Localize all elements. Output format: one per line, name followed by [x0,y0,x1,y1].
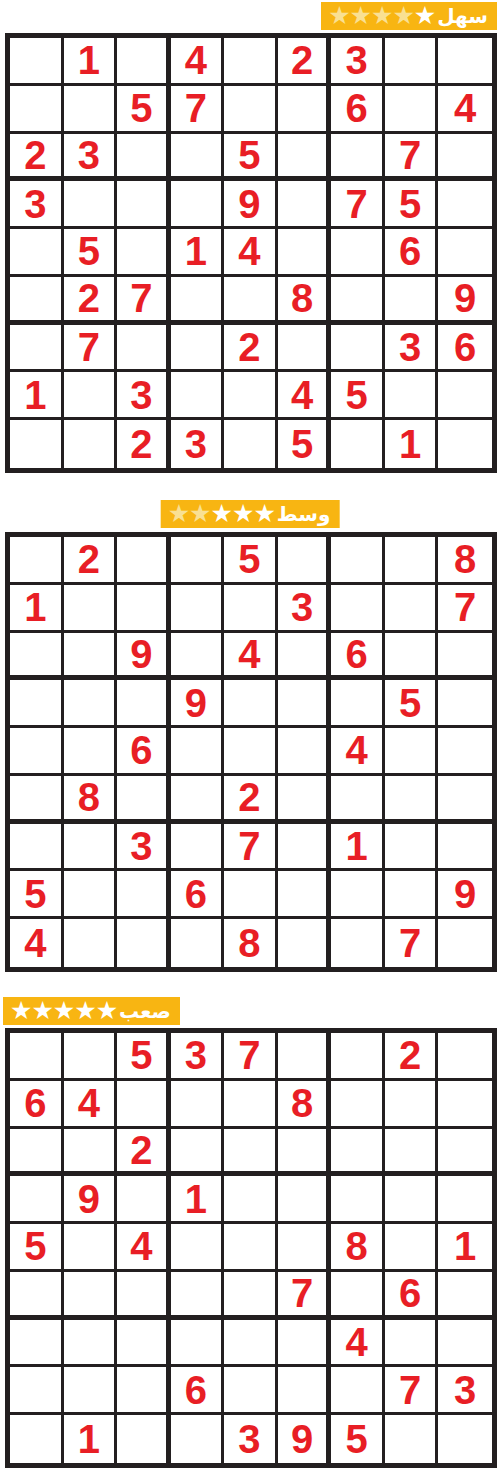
sudoku-cell-r9c4[interactable]: 3 [171,420,225,468]
given-digit: 2 [78,539,100,579]
sudoku-cell-r8c1[interactable]: 1 [10,372,64,420]
sudoku-cell-r7c5[interactable]: 2 [224,325,278,373]
given-digit: 7 [345,184,367,224]
given-digit: 4 [185,40,207,80]
sudoku-cell-r6c5[interactable] [224,277,278,325]
sudoku-cell-r7c9[interactable] [438,1320,492,1368]
sudoku-cell-r2c7[interactable] [331,585,385,633]
sudoku-cell-r6c8[interactable]: 6 [385,1272,439,1320]
given-digit: 5 [130,88,152,128]
sudoku-cell-r2c3[interactable] [117,1081,171,1129]
sudoku-cell-r5c3[interactable]: 6 [117,728,171,776]
sudoku-cell-r1c9[interactable]: 8 [438,537,492,585]
sudoku-cell-r8c3[interactable] [117,1367,171,1415]
sudoku-cell-r1c4[interactable]: 4 [171,38,225,86]
sudoku-cell-r1c3[interactable]: 5 [117,1033,171,1081]
sudoku-cell-r1c5[interactable] [224,38,278,86]
given-digit: 6 [185,874,207,914]
sudoku-cell-r3c9[interactable] [438,633,492,681]
sudoku-cell-r5c2[interactable] [64,728,118,776]
sudoku-cell-r4c7[interactable] [331,1176,385,1224]
sudoku-cell-r4c1[interactable] [10,680,64,728]
given-digit: 5 [24,874,46,914]
sudoku-cell-r8c9[interactable]: 9 [438,871,492,919]
sudoku-cell-r1c2[interactable] [64,1033,118,1081]
sudoku-cell-r3c1[interactable] [10,633,64,681]
sudoku-cell-r6c9[interactable]: 9 [438,277,492,325]
difficulty-banner-easy: سهل ★★★★★ [321,2,497,30]
sudoku-cell-r9c9[interactable] [438,1415,492,1463]
sudoku-cell-r1c8[interactable]: 2 [385,1033,439,1081]
sudoku-cell-r7c8[interactable] [385,1320,439,1368]
sudoku-cell-r4c8[interactable]: 5 [385,680,439,728]
sudoku-cell-r6c7[interactable] [331,1272,385,1320]
sudoku-cell-r1c9[interactable] [438,38,492,86]
sudoku-cell-r1c8[interactable] [385,38,439,86]
sudoku-cell-r3c7[interactable] [331,1129,385,1177]
given-digit: 7 [185,88,207,128]
sudoku-cell-r1c2[interactable]: 2 [64,537,118,585]
sudoku-cell-r5c8[interactable]: 6 [385,229,439,277]
sudoku-cell-r8c2[interactable] [64,1367,118,1415]
sudoku-cell-r3c9[interactable] [438,134,492,182]
sudoku-cell-r3c5[interactable]: 5 [224,134,278,182]
sudoku-cell-r8c4[interactable]: 6 [171,871,225,919]
sudoku-cell-r9c7[interactable] [331,420,385,468]
sudoku-cell-r1c6[interactable]: 2 [278,38,332,86]
sudoku-cell-r8c8[interactable]: 7 [385,1367,439,1415]
sudoku-cell-r9c6[interactable]: 5 [278,420,332,468]
sudoku-cell-r9c3[interactable] [117,1415,171,1463]
sudoku-cell-r2c3[interactable] [117,585,171,633]
sudoku-cell-r4c9[interactable] [438,181,492,229]
sudoku-cell-r3c7[interactable]: 6 [331,633,385,681]
sudoku-cell-r9c5[interactable] [224,420,278,468]
sudoku-cell-r5c7[interactable]: 8 [331,1224,385,1272]
given-digit: 1 [345,826,367,866]
sudoku-cell-r4c5[interactable] [224,1176,278,1224]
sudoku-cell-r3c9[interactable] [438,1129,492,1177]
given-digit: 5 [345,375,367,415]
sudoku-cell-r8c1[interactable] [10,1367,64,1415]
sudoku-cell-r2c5[interactable] [224,1081,278,1129]
given-digit: 3 [130,826,152,866]
sudoku-cell-r2c8[interactable] [385,585,439,633]
sudoku-cell-r5c3[interactable] [117,229,171,277]
given-digit: 5 [399,184,421,224]
sudoku-cell-r2c6[interactable] [278,86,332,134]
sudoku-cell-r6c5[interactable] [224,1272,278,1320]
sudoku-cell-r2c6[interactable]: 8 [278,1081,332,1129]
sudoku-cell-r4c1[interactable]: 3 [10,181,64,229]
sudoku-cell-r6c4[interactable] [171,1272,225,1320]
sudoku-cell-r3c4[interactable] [171,134,225,182]
sudoku-cell-r5c8[interactable] [385,1224,439,1272]
sudoku-cell-r1c5[interactable]: 7 [224,1033,278,1081]
sudoku-cell-r9c8[interactable]: 7 [385,919,439,967]
sudoku-cell-r5c6[interactable] [278,728,332,776]
given-digit: 4 [130,1226,152,1266]
given-digit: 8 [345,1226,367,1266]
sudoku-cell-r1c9[interactable] [438,1033,492,1081]
sudoku-cell-r2c8[interactable] [385,1081,439,1129]
sudoku-cell-r6c2[interactable] [64,1272,118,1320]
sudoku-cell-r6c1[interactable] [10,776,64,824]
sudoku-cell-r3c8[interactable] [385,1129,439,1177]
sudoku-cell-r4c6[interactable] [278,181,332,229]
sudoku-cell-r3c2[interactable]: 3 [64,134,118,182]
sudoku-cell-r7c2[interactable] [64,1320,118,1368]
sudoku-cell-r2c7[interactable]: 6 [331,86,385,134]
given-digit: 2 [78,278,100,318]
sudoku-cell-r4c9[interactable] [438,680,492,728]
given-digit: 9 [185,683,207,723]
sudoku-cell-r5c9[interactable] [438,728,492,776]
sudoku-cell-r5c7[interactable]: 4 [331,728,385,776]
given-digit: 2 [130,1130,152,1170]
given-digit: 7 [399,135,421,175]
sudoku-cell-r9c6[interactable]: 9 [278,1415,332,1463]
sudoku-cell-r4c4[interactable]: 9 [171,680,225,728]
sudoku-cell-r4c4[interactable]: 1 [171,1176,225,1224]
difficulty-banner-hard: صعب ★★★★★ [3,997,180,1025]
sudoku-cell-r1c4[interactable] [171,537,225,585]
sudoku-cell-r9c2[interactable]: 1 [64,1415,118,1463]
sudoku-cell-r9c1[interactable] [10,1415,64,1463]
sudoku-cell-r7c6[interactable] [278,325,332,373]
sudoku-cell-r7c1[interactable] [10,325,64,373]
sudoku-cell-r7c5[interactable] [224,1320,278,1368]
sudoku-cell-r8c8[interactable] [385,372,439,420]
sudoku-cell-r4c7[interactable]: 7 [331,181,385,229]
sudoku-cell-r2c1[interactable]: 6 [10,1081,64,1129]
sudoku-cell-r6c6[interactable] [278,776,332,824]
given-digit: 4 [78,1083,100,1123]
sudoku-cell-r3c3[interactable]: 2 [117,1129,171,1177]
sudoku-cell-r4c8[interactable] [385,1176,439,1224]
given-digit: 9 [454,278,476,318]
sudoku-cell-r6c5[interactable]: 2 [224,776,278,824]
sudoku-cell-r4c2[interactable] [64,680,118,728]
sudoku-cell-r8c5[interactable] [224,1367,278,1415]
sudoku-cell-r8c2[interactable] [64,372,118,420]
sudoku-cell-r2c2[interactable] [64,86,118,134]
difficulty-label-hard: صعب [119,998,171,1024]
sudoku-cell-r5c1[interactable] [10,728,64,776]
sudoku-cell-r8c5[interactable] [224,871,278,919]
sudoku-cell-r3c6[interactable] [278,134,332,182]
sudoku-cell-r6c3[interactable]: 7 [117,277,171,325]
sudoku-cell-r9c3[interactable]: 2 [117,420,171,468]
sudoku-cell-r1c5[interactable]: 5 [224,537,278,585]
given-digit: 6 [345,634,367,674]
given-digit: 6 [345,88,367,128]
star-icon: ★ [414,3,435,29]
sudoku-cell-r5c4[interactable]: 1 [171,229,225,277]
given-digit: 6 [454,327,476,367]
sudoku-cell-r9c6[interactable] [278,919,332,967]
sudoku-cell-r4c2[interactable] [64,181,118,229]
sudoku-cell-r8c7[interactable] [331,871,385,919]
given-digit: 1 [454,1226,476,1266]
sudoku-cell-r8c3[interactable] [117,871,171,919]
sudoku-cell-r5c1[interactable]: 5 [10,1224,64,1272]
given-digit: 1 [78,40,100,80]
sudoku-cell-r5c6[interactable] [278,229,332,277]
sudoku-cell-r6c8[interactable] [385,277,439,325]
sudoku-cell-r6c6[interactable]: 7 [278,1272,332,1320]
sudoku-cell-r4c3[interactable] [117,1176,171,1224]
sudoku-cell-r5c2[interactable] [64,1224,118,1272]
sudoku-cell-r4c4[interactable] [171,181,225,229]
sudoku-cell-r2c8[interactable] [385,86,439,134]
sudoku-cell-r4c3[interactable] [117,181,171,229]
sudoku-cell-r2c1[interactable]: 1 [10,585,64,633]
sudoku-cell-r3c5[interactable] [224,1129,278,1177]
sudoku-cell-r1c1[interactable] [10,38,64,86]
sudoku-cell-r2c6[interactable]: 3 [278,585,332,633]
sudoku-cell-r2c5[interactable] [224,585,278,633]
sudoku-cell-r4c1[interactable] [10,1176,64,1224]
sudoku-cell-r2c5[interactable] [224,86,278,134]
sudoku-cell-r7c5[interactable]: 7 [224,824,278,872]
sudoku-cell-r5c3[interactable]: 4 [117,1224,171,1272]
sudoku-cell-r5c5[interactable] [224,1224,278,1272]
sudoku-cell-r6c6[interactable]: 8 [278,277,332,325]
sudoku-cell-r1c2[interactable]: 1 [64,38,118,86]
given-digit: 1 [185,231,207,271]
sudoku-cell-r3c8[interactable] [385,633,439,681]
sudoku-cell-r4c6[interactable] [278,680,332,728]
sudoku-cell-r9c5[interactable]: 8 [224,919,278,967]
sudoku-cell-r5c8[interactable] [385,728,439,776]
sudoku-cell-r1c8[interactable] [385,537,439,585]
sudoku-cell-r7c7[interactable]: 1 [331,824,385,872]
sudoku-cell-r7c3[interactable]: 3 [117,824,171,872]
given-digit: 1 [185,1179,207,1219]
given-digit: 6 [185,1370,207,1410]
sudoku-cell-r8c5[interactable] [224,372,278,420]
given-digit: 3 [454,1370,476,1410]
sudoku-cell-r3c4[interactable] [171,633,225,681]
sudoku-cell-r7c6[interactable] [278,1320,332,1368]
sudoku-cell-r8c7[interactable] [331,1367,385,1415]
sudoku-cell-r9c8[interactable] [385,1415,439,1463]
sudoku-cell-r7c4[interactable] [171,1320,225,1368]
sudoku-cell-r5c6[interactable] [278,1224,332,1272]
sudoku-cell-r2c4[interactable] [171,585,225,633]
sudoku-cell-r2c7[interactable] [331,1081,385,1129]
sudoku-cell-r4c6[interactable] [278,1176,332,1224]
star-icon: ★ [211,501,232,527]
sudoku-cell-r3c3[interactable] [117,134,171,182]
sudoku-cell-r9c9[interactable] [438,420,492,468]
star-icon: ★ [189,501,210,527]
sudoku-cell-r2c4[interactable]: 7 [171,86,225,134]
sudoku-cell-r5c5[interactable]: 4 [224,229,278,277]
sudoku-cell-r6c7[interactable] [331,277,385,325]
given-digit: 7 [399,1370,421,1410]
sudoku-cell-r2c9[interactable] [438,1081,492,1129]
sudoku-cell-r3c1[interactable]: 2 [10,134,64,182]
sudoku-cell-r2c3[interactable]: 5 [117,86,171,134]
given-digit: 4 [345,730,367,770]
star-icon: ★ [328,3,349,29]
sudoku-cell-r9c7[interactable]: 5 [331,1415,385,1463]
sudoku-cell-r7c4[interactable] [171,824,225,872]
sudoku-cell-r3c2[interactable] [64,633,118,681]
star-icon: ★ [350,3,371,29]
sudoku-cell-r4c8[interactable]: 5 [385,181,439,229]
given-digit: 2 [24,135,46,175]
given-digit: 9 [130,634,152,674]
sudoku-cell-r2c2[interactable]: 4 [64,1081,118,1129]
sudoku-cell-r2c1[interactable] [10,86,64,134]
sudoku-cell-r2c9[interactable]: 4 [438,86,492,134]
given-digit: 4 [238,231,260,271]
sudoku-cell-r3c7[interactable] [331,134,385,182]
sudoku-cell-r8c1[interactable]: 5 [10,871,64,919]
sudoku-cell-r7c3[interactable] [117,1320,171,1368]
given-digit: 7 [454,587,476,627]
given-digit: 4 [24,923,46,963]
sudoku-cell-r9c3[interactable] [117,919,171,967]
sudoku-cell-r8c2[interactable] [64,871,118,919]
sudoku-cell-r1c7[interactable] [331,1033,385,1081]
sudoku-cell-r3c2[interactable] [64,1129,118,1177]
sudoku-cell-r6c1[interactable] [10,277,64,325]
sudoku-cell-r7c2[interactable]: 7 [64,325,118,373]
sudoku-cell-r9c1[interactable] [10,420,64,468]
sudoku-cell-r6c7[interactable] [331,776,385,824]
sudoku-cell-r5c4[interactable] [171,728,225,776]
sudoku-cell-r9c8[interactable]: 1 [385,420,439,468]
given-digit: 6 [24,1083,46,1123]
sudoku-cell-r6c2[interactable]: 2 [64,277,118,325]
sudoku-cell-r9c9[interactable] [438,919,492,967]
sudoku-cell-r4c2[interactable]: 9 [64,1176,118,1224]
sudoku-cell-r9c4[interactable] [171,919,225,967]
sudoku-cell-r7c7[interactable] [331,325,385,373]
star-icon: ★ [392,3,413,29]
sudoku-cell-r2c9[interactable]: 7 [438,585,492,633]
given-digit: 7 [238,1035,260,1075]
sudoku-cell-r6c3[interactable] [117,1272,171,1320]
sudoku-cell-r1c7[interactable] [331,537,385,585]
sudoku-cell-r1c7[interactable]: 3 [331,38,385,86]
sudoku-cell-r3c6[interactable] [278,1129,332,1177]
sudoku-cell-r4c9[interactable] [438,1176,492,1224]
sudoku-cell-r7c1[interactable] [10,824,64,872]
sudoku-cell-r8c4[interactable]: 6 [171,1367,225,1415]
sudoku-cell-r4c5[interactable]: 9 [224,181,278,229]
sudoku-cell-r5c2[interactable]: 5 [64,229,118,277]
sudoku-cell-r2c2[interactable] [64,585,118,633]
sudoku-cell-r1c3[interactable] [117,38,171,86]
sudoku-cell-r6c9[interactable] [438,776,492,824]
given-digit: 9 [238,184,260,224]
sudoku-cell-r5c1[interactable] [10,229,64,277]
sudoku-cell-r4c5[interactable] [224,680,278,728]
sudoku-cell-r1c1[interactable] [10,1033,64,1081]
sudoku-cell-r6c1[interactable] [10,1272,64,1320]
sudoku-cell-r8c6[interactable] [278,1367,332,1415]
sudoku-cell-r7c1[interactable] [10,1320,64,1368]
given-digit: 3 [130,375,152,415]
sudoku-cell-r7c6[interactable] [278,824,332,872]
given-digit: 3 [78,135,100,175]
star-icon: ★ [232,501,253,527]
sudoku-cell-r8c3[interactable]: 3 [117,372,171,420]
given-digit: 8 [454,539,476,579]
sudoku-cell-r6c4[interactable] [171,277,225,325]
sudoku-cell-r5c9[interactable]: 1 [438,1224,492,1272]
sudoku-cell-r5c9[interactable] [438,229,492,277]
sudoku-cell-r8c6[interactable] [278,871,332,919]
sudoku-cell-r9c1[interactable]: 4 [10,919,64,967]
sudoku-cell-r8c9[interactable] [438,372,492,420]
sudoku-cell-r7c7[interactable]: 4 [331,1320,385,1368]
sudoku-cell-r5c4[interactable] [171,1224,225,1272]
sudoku-cell-r7c9[interactable]: 6 [438,325,492,373]
sudoku-cell-r6c4[interactable] [171,776,225,824]
given-digit: 8 [291,278,313,318]
sudoku-cell-r7c2[interactable] [64,824,118,872]
sudoku-cell-r8c7[interactable]: 5 [331,372,385,420]
sudoku-cell-r7c8[interactable] [385,824,439,872]
sudoku-cell-r9c2[interactable] [64,919,118,967]
sudoku-cell-r6c8[interactable] [385,776,439,824]
sudoku-cell-r4c7[interactable] [331,680,385,728]
sudoku-cell-r9c7[interactable] [331,919,385,967]
sudoku-board-easy: 142357642357397551462789723613452351 [5,33,497,473]
sudoku-cell-r5c5[interactable] [224,728,278,776]
given-digit: 8 [238,923,260,963]
sudoku-cell-r7c3[interactable] [117,325,171,373]
sudoku-cell-r3c4[interactable] [171,1129,225,1177]
sudoku-cell-r9c5[interactable]: 3 [224,1415,278,1463]
sudoku-cell-r1c1[interactable] [10,537,64,585]
sudoku-cell-r6c3[interactable] [117,776,171,824]
sudoku-cell-r6c9[interactable] [438,1272,492,1320]
sudoku-cell-r4c3[interactable] [117,680,171,728]
sudoku-cell-r8c4[interactable] [171,372,225,420]
sudoku-cell-r3c8[interactable]: 7 [385,134,439,182]
star-icon: ★ [253,501,274,527]
sudoku-cell-r7c9[interactable] [438,824,492,872]
sudoku-cell-r1c6[interactable] [278,1033,332,1081]
sudoku-cell-r3c3[interactable]: 9 [117,633,171,681]
given-digit: 5 [238,539,260,579]
sudoku-cell-r5c7[interactable] [331,229,385,277]
sudoku-cell-r3c1[interactable] [10,1129,64,1177]
sudoku-cell-r6c2[interactable]: 8 [64,776,118,824]
sudoku-cell-r7c4[interactable] [171,325,225,373]
sudoku-cell-r8c8[interactable] [385,871,439,919]
sudoku-cell-r1c3[interactable] [117,537,171,585]
sudoku-cell-r3c6[interactable] [278,633,332,681]
sudoku-cell-r1c6[interactable] [278,537,332,585]
sudoku-cell-r9c4[interactable] [171,1415,225,1463]
sudoku-cell-r7c8[interactable]: 3 [385,325,439,373]
sudoku-cell-r3c5[interactable]: 4 [224,633,278,681]
sudoku-cell-r8c9[interactable]: 3 [438,1367,492,1415]
star-icon: ★ [31,998,52,1024]
sudoku-cell-r1c4[interactable]: 3 [171,1033,225,1081]
sudoku-cell-r9c2[interactable] [64,420,118,468]
sudoku-cell-r8c6[interactable]: 4 [278,372,332,420]
sudoku-cell-r2c4[interactable] [171,1081,225,1129]
